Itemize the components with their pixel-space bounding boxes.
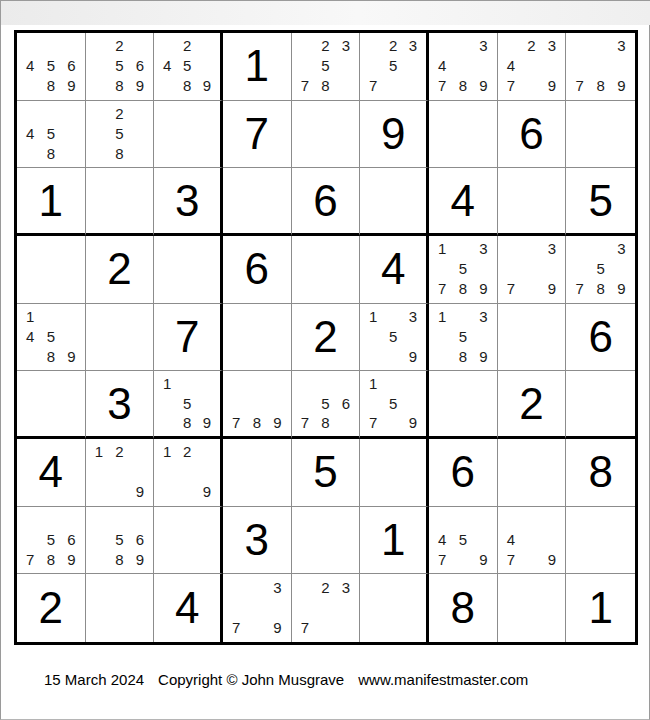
- pencil-digit-6: [611, 56, 632, 76]
- cell-r1c6[interactable]: 2357: [360, 33, 429, 101]
- pencil-digit-6: [267, 327, 288, 347]
- cell-r6c1[interactable]: [17, 371, 86, 439]
- pencil-digit-6: [130, 327, 151, 347]
- pencil-digit-6: [130, 462, 151, 482]
- pencil-digit-3: 3: [403, 307, 423, 327]
- pencil-digit-3: 3: [473, 36, 494, 56]
- pencil-digit-9: 9: [473, 279, 494, 299]
- cell-r4c4[interactable]: 6: [223, 236, 292, 304]
- cell-r2c1[interactable]: 458: [17, 101, 86, 169]
- pencil-digit-2: 2: [109, 36, 130, 56]
- cell-r2c7[interactable]: [429, 101, 498, 169]
- pencil-digit-7: [569, 143, 590, 163]
- pencil-digit-6: [473, 394, 494, 413]
- pencil-digit-5: [521, 56, 542, 76]
- cell-r2c5[interactable]: [292, 101, 361, 169]
- cell-r6c9[interactable]: [566, 371, 635, 439]
- pencil-digit-1: 1: [20, 307, 41, 327]
- pencil-digit-9: 9: [403, 346, 423, 366]
- pencil-digit-2: 2: [383, 36, 403, 56]
- cell-r8c9[interactable]: [566, 507, 635, 575]
- pencil-digit-2: [315, 239, 336, 259]
- cell-r1c7[interactable]: 34789: [429, 33, 498, 101]
- pencil-digit-3: [336, 374, 357, 393]
- pencil-marks: [429, 101, 497, 168]
- solved-digit: 1: [566, 574, 635, 642]
- cell-r5c4[interactable]: [223, 304, 292, 372]
- pencil-digit-9: [542, 618, 563, 638]
- pencil-digit-2: [109, 171, 130, 190]
- pencil-digit-4: [89, 598, 110, 618]
- pencil-digit-5: [383, 462, 403, 482]
- cell-r3c5[interactable]: 6: [292, 168, 361, 236]
- pencil-marks: [360, 168, 426, 233]
- pencil-digit-1: [501, 577, 522, 597]
- cell-r9c2[interactable]: [86, 574, 155, 642]
- pencil-digit-7: [363, 346, 383, 366]
- solved-digit: 9: [360, 101, 426, 168]
- pencil-digit-7: [432, 413, 453, 432]
- pencil-digit-5: 5: [383, 56, 403, 76]
- cell-r5c7[interactable]: 13589: [429, 304, 498, 372]
- pencil-digit-4: [295, 124, 316, 144]
- pencil-digit-4: [295, 530, 316, 550]
- pencil-digit-4: [569, 259, 590, 279]
- pencil-marks: 35789: [566, 236, 635, 303]
- cell-r4c2[interactable]: 2: [86, 236, 155, 304]
- pencil-digit-7: [20, 143, 41, 163]
- pencil-digit-4: 4: [20, 56, 41, 76]
- pencil-digit-5: 5: [315, 56, 336, 76]
- pencil-digit-6: [197, 56, 217, 76]
- pencil-digit-3: [130, 307, 151, 327]
- pencil-digit-9: [130, 210, 151, 229]
- cell-r3c9[interactable]: 5: [566, 168, 635, 236]
- cell-r5c1[interactable]: 14589: [17, 304, 86, 372]
- pencil-digit-7: [501, 210, 522, 229]
- pencil-digit-2: [453, 510, 474, 530]
- pencil-digit-1: [20, 510, 41, 530]
- cell-r1c4[interactable]: 1: [223, 33, 292, 101]
- pencil-digit-8: 8: [590, 279, 611, 299]
- pencil-digit-6: [336, 598, 357, 618]
- pencil-digit-1: [226, 171, 247, 190]
- solved-digit: 2: [498, 371, 566, 436]
- cell-r1c1[interactable]: 45689: [17, 33, 86, 101]
- cell-r5c3[interactable]: 7: [154, 304, 223, 372]
- cell-r6c2[interactable]: 3: [86, 371, 155, 439]
- pencil-marks: [154, 507, 220, 574]
- pencil-digit-4: [569, 56, 590, 76]
- pencil-digit-9: [197, 143, 217, 163]
- cell-r8c6[interactable]: 1: [360, 507, 429, 575]
- pencil-digit-5: [177, 259, 197, 279]
- pencil-digit-9: [336, 549, 357, 569]
- pencil-digit-9: [130, 618, 151, 638]
- cell-r6c3[interactable]: 1589: [154, 371, 223, 439]
- cell-r7c6[interactable]: [360, 439, 429, 507]
- pencil-digit-7: 7: [295, 76, 316, 96]
- cell-r2c4[interactable]: 7: [223, 101, 292, 169]
- pencil-marks: [86, 574, 154, 642]
- footer-copyright: Copyright © John Musgrave: [158, 671, 344, 688]
- pencil-digit-7: 7: [501, 279, 522, 299]
- solved-digit: 2: [292, 304, 360, 371]
- pencil-digit-4: [569, 530, 590, 550]
- cell-r6c6[interactable]: 1579: [360, 371, 429, 439]
- pencil-digit-1: [501, 36, 522, 56]
- pencil-digit-2: 2: [177, 442, 197, 462]
- pencil-digit-3: 3: [473, 307, 494, 327]
- pencil-digit-6: 6: [61, 56, 82, 76]
- pencil-digit-1: 1: [432, 307, 453, 327]
- cell-r1c8[interactable]: 23479: [498, 33, 567, 101]
- pencil-digit-9: [403, 618, 423, 638]
- solved-digit: 3: [86, 371, 154, 436]
- cell-r4c9[interactable]: 35789: [566, 236, 635, 304]
- pencil-digit-8: [109, 618, 130, 638]
- cell-r9c4[interactable]: 379: [223, 574, 292, 642]
- pencil-digit-5: [521, 191, 542, 210]
- pencil-digit-9: [336, 76, 357, 96]
- pencil-digit-4: [363, 462, 383, 482]
- pencil-digit-3: 3: [542, 36, 563, 56]
- cell-r8c8[interactable]: 479: [498, 507, 567, 575]
- pencil-digit-2: 2: [109, 442, 130, 462]
- cell-r9c1[interactable]: 2: [17, 574, 86, 642]
- cell-r5c9[interactable]: 6: [566, 304, 635, 372]
- pencil-digit-8: 8: [41, 346, 62, 366]
- pencil-digit-5: 5: [41, 124, 62, 144]
- pencil-digit-8: [247, 482, 268, 502]
- pencil-digit-6: [130, 124, 151, 144]
- pencil-marks: [566, 371, 635, 436]
- pencil-digit-9: [336, 618, 357, 638]
- pencil-digit-3: [61, 104, 82, 124]
- pencil-digit-9: 9: [473, 76, 494, 96]
- pencil-digit-2: [41, 239, 62, 259]
- pencil-marks: 45689: [17, 33, 85, 100]
- pencil-digit-8: [521, 76, 542, 96]
- pencil-digit-2: [41, 307, 62, 327]
- cell-r6c5[interactable]: 5678: [292, 371, 361, 439]
- pencil-digit-7: [157, 549, 177, 569]
- cell-r6c7[interactable]: [429, 371, 498, 439]
- pencil-marks: [498, 168, 566, 233]
- pencil-digit-4: [157, 124, 177, 144]
- pencil-digit-5: [521, 598, 542, 618]
- pencil-digit-7: 7: [432, 549, 453, 569]
- pencil-digit-4: [363, 327, 383, 347]
- cell-r2c6[interactable]: 9: [360, 101, 429, 169]
- pencil-digit-4: [157, 462, 177, 482]
- pencil-digit-4: [89, 327, 110, 347]
- pencil-digit-4: [157, 394, 177, 413]
- pencil-digit-3: [611, 104, 632, 124]
- pencil-digit-7: 7: [363, 76, 383, 96]
- pencil-digit-2: [315, 510, 336, 530]
- pencil-digit-5: 5: [109, 124, 130, 144]
- pencil-digit-9: [542, 482, 563, 502]
- cell-r4c7[interactable]: 135789: [429, 236, 498, 304]
- pencil-digit-5: 5: [41, 56, 62, 76]
- pencil-digit-6: [130, 598, 151, 618]
- footer-date: 15 March 2024: [44, 671, 144, 688]
- pencil-digit-7: [226, 482, 247, 502]
- pencil-digit-3: [403, 577, 423, 597]
- pencil-digit-2: [453, 104, 474, 124]
- pencil-digit-1: [226, 374, 247, 393]
- pencil-digit-5: 5: [177, 394, 197, 413]
- solved-digit: 7: [223, 101, 291, 168]
- solved-digit: 1: [17, 168, 85, 233]
- pencil-digit-2: 2: [315, 36, 336, 56]
- pencil-digit-2: [247, 171, 268, 190]
- pencil-digit-9: [611, 143, 632, 163]
- pencil-digit-3: [61, 239, 82, 259]
- pencil-digit-5: [247, 191, 268, 210]
- pencil-digit-9: 9: [542, 279, 563, 299]
- pencil-digit-9: [473, 413, 494, 432]
- cell-r4c3[interactable]: [154, 236, 223, 304]
- pencil-digit-6: [197, 124, 217, 144]
- pencil-digit-6: [61, 327, 82, 347]
- top-band: [1, 0, 650, 25]
- pencil-digit-1: [363, 577, 383, 597]
- cell-r3c6[interactable]: [360, 168, 429, 236]
- pencil-digit-9: [611, 549, 632, 569]
- pencil-digit-1: [432, 36, 453, 56]
- pencil-digit-1: [295, 36, 316, 56]
- cell-r3c8[interactable]: [498, 168, 567, 236]
- pencil-digit-8: [590, 143, 611, 163]
- pencil-digit-2: [41, 104, 62, 124]
- cell-r7c4[interactable]: [223, 439, 292, 507]
- pencil-digit-1: [501, 510, 522, 530]
- pencil-digit-4: [157, 530, 177, 550]
- cell-r8c3[interactable]: [154, 507, 223, 575]
- cell-r1c3[interactable]: 24589: [154, 33, 223, 101]
- pencil-digit-8: [247, 618, 268, 638]
- pencil-digit-6: 6: [61, 530, 82, 550]
- pencil-digit-3: 3: [267, 577, 288, 597]
- cell-r2c8[interactable]: 6: [498, 101, 567, 169]
- cell-r2c2[interactable]: 258: [86, 101, 155, 169]
- pencil-digit-7: [157, 76, 177, 96]
- pencil-digit-4: [20, 259, 41, 279]
- pencil-digit-7: [89, 482, 110, 502]
- pencil-digit-1: [89, 510, 110, 530]
- pencil-digit-8: [109, 482, 130, 502]
- pencil-digit-6: [611, 124, 632, 144]
- pencil-digit-8: [521, 279, 542, 299]
- pencil-digit-4: [432, 124, 453, 144]
- cell-r9c3[interactable]: 4: [154, 574, 223, 642]
- pencil-digit-6: [473, 327, 494, 347]
- pencil-digit-9: [542, 210, 563, 229]
- pencil-digit-1: 1: [157, 442, 177, 462]
- pencil-digit-5: [109, 462, 130, 482]
- pencil-digit-9: [267, 482, 288, 502]
- pencil-digit-1: [295, 510, 316, 530]
- solved-digit: 5: [292, 439, 360, 506]
- pencil-digit-8: [383, 346, 403, 366]
- pencil-digit-3: [130, 104, 151, 124]
- cell-r7c5[interactable]: 5: [292, 439, 361, 507]
- pencil-digit-5: [590, 530, 611, 550]
- pencil-marks: 479: [498, 507, 566, 574]
- pencil-digit-7: 7: [226, 413, 247, 432]
- cell-r7c1[interactable]: 4: [17, 439, 86, 507]
- pencil-digit-6: [336, 124, 357, 144]
- pencil-digit-7: [20, 346, 41, 366]
- pencil-digit-2: [383, 442, 403, 462]
- cell-r2c3[interactable]: [154, 101, 223, 169]
- pencil-digit-5: [109, 191, 130, 210]
- pencil-marks: 458: [17, 101, 85, 168]
- pencil-marks: 135789: [429, 236, 497, 303]
- pencil-marks: 34789: [429, 33, 497, 100]
- pencil-digit-2: [315, 104, 336, 124]
- cell-r8c7[interactable]: 4579: [429, 507, 498, 575]
- pencil-marks: [223, 439, 291, 506]
- pencil-digit-1: [157, 104, 177, 124]
- pencil-digit-5: 5: [41, 530, 62, 550]
- cell-r1c5[interactable]: 23578: [292, 33, 361, 101]
- cell-r7c9[interactable]: 8: [566, 439, 635, 507]
- cell-r1c9[interactable]: 3789: [566, 33, 635, 101]
- pencil-digit-9: 9: [542, 549, 563, 569]
- pencil-digit-6: [336, 259, 357, 279]
- pencil-digit-3: [130, 577, 151, 597]
- solved-digit: 1: [360, 507, 426, 574]
- pencil-digit-3: [403, 171, 423, 190]
- pencil-marks: 14589: [17, 304, 85, 371]
- cell-r9c9[interactable]: 1: [566, 574, 635, 642]
- pencil-digit-4: 4: [432, 56, 453, 76]
- pencil-digit-6: [542, 530, 563, 550]
- pencil-digit-5: 5: [109, 530, 130, 550]
- pencil-marks: 129: [154, 439, 220, 506]
- pencil-digit-3: [611, 510, 632, 530]
- cell-r6c4[interactable]: 789: [223, 371, 292, 439]
- cell-r3c1[interactable]: 1: [17, 168, 86, 236]
- pencil-marks: 1359: [360, 304, 426, 371]
- pencil-digit-7: [432, 143, 453, 163]
- cell-r4c1[interactable]: [17, 236, 86, 304]
- cell-r3c2[interactable]: [86, 168, 155, 236]
- pencil-digit-6: [61, 124, 82, 144]
- cell-r3c4[interactable]: [223, 168, 292, 236]
- cell-r5c8[interactable]: [498, 304, 567, 372]
- cell-r3c7[interactable]: 4: [429, 168, 498, 236]
- pencil-digit-4: [20, 530, 41, 550]
- pencil-digit-3: [267, 374, 288, 393]
- cell-r1c2[interactable]: 25689: [86, 33, 155, 101]
- pencil-digit-1: [295, 239, 316, 259]
- pencil-digit-9: 9: [267, 413, 288, 432]
- cell-r5c5[interactable]: 2: [292, 304, 361, 372]
- pencil-digit-5: 5: [453, 327, 474, 347]
- cell-r3c3[interactable]: 3: [154, 168, 223, 236]
- pencil-digit-4: [295, 394, 316, 413]
- cell-r2c9[interactable]: [566, 101, 635, 169]
- pencil-digit-8: [521, 346, 542, 366]
- solved-digit: 6: [566, 304, 635, 371]
- cell-r9c7[interactable]: 8: [429, 574, 498, 642]
- pencil-digit-1: [20, 104, 41, 124]
- pencil-digit-5: 5: [383, 327, 403, 347]
- pencil-digit-9: [197, 279, 217, 299]
- pencil-marks: 258: [86, 101, 154, 168]
- pencil-digit-3: 3: [611, 36, 632, 56]
- pencil-digit-2: [177, 374, 197, 393]
- pencil-digit-7: [89, 76, 110, 96]
- pencil-digit-5: 5: [41, 327, 62, 347]
- pencil-marks: 379: [223, 574, 291, 642]
- pencil-digit-6: [473, 56, 494, 76]
- cell-r8c5[interactable]: [292, 507, 361, 575]
- pencil-digit-8: 8: [41, 549, 62, 569]
- pencil-digit-8: [315, 143, 336, 163]
- pencil-digit-9: [61, 413, 82, 432]
- pencil-digit-4: 4: [20, 327, 41, 347]
- solved-digit: 1: [223, 33, 291, 100]
- cell-r9c6[interactable]: [360, 574, 429, 642]
- cell-r5c6[interactable]: 1359: [360, 304, 429, 372]
- pencil-digit-3: [61, 374, 82, 393]
- pencil-digit-8: 8: [453, 279, 474, 299]
- cell-r9c8[interactable]: [498, 574, 567, 642]
- pencil-digit-8: [109, 210, 130, 229]
- pencil-digit-2: [521, 442, 542, 462]
- cell-r4c5[interactable]: [292, 236, 361, 304]
- cell-r5c2[interactable]: [86, 304, 155, 372]
- pencil-digit-8: [453, 549, 474, 569]
- pencil-digit-9: [403, 76, 423, 96]
- pencil-digit-6: [542, 191, 563, 210]
- solved-digit: 4: [17, 439, 85, 506]
- solved-digit: 3: [154, 168, 220, 233]
- cell-r9c5[interactable]: 237: [292, 574, 361, 642]
- pencil-digit-1: [89, 171, 110, 190]
- cell-r7c8[interactable]: [498, 439, 567, 507]
- pencil-digit-9: [403, 210, 423, 229]
- cell-r4c8[interactable]: 379: [498, 236, 567, 304]
- cell-r8c2[interactable]: 5689: [86, 507, 155, 575]
- pencil-digit-8: [247, 346, 268, 366]
- pencil-digit-9: 9: [197, 413, 217, 432]
- pencil-digit-8: [247, 210, 268, 229]
- cell-r8c4[interactable]: 3: [223, 507, 292, 575]
- cell-r8c1[interactable]: 56789: [17, 507, 86, 575]
- pencil-marks: [223, 304, 291, 371]
- cell-r7c3[interactable]: 129: [154, 439, 223, 507]
- pencil-digit-7: [157, 279, 177, 299]
- pencil-digit-7: [501, 482, 522, 502]
- cell-r7c7[interactable]: 6: [429, 439, 498, 507]
- pencil-digit-8: [41, 279, 62, 299]
- pencil-digit-2: [41, 36, 62, 56]
- pencil-digit-2: [521, 307, 542, 327]
- pencil-digit-7: [157, 413, 177, 432]
- pencil-digit-1: 1: [432, 239, 453, 259]
- cell-r7c2[interactable]: 129: [86, 439, 155, 507]
- cell-r6c8[interactable]: 2: [498, 371, 567, 439]
- pencil-digit-3: [130, 442, 151, 462]
- cell-r4c6[interactable]: 4: [360, 236, 429, 304]
- pencil-digit-7: 7: [432, 279, 453, 299]
